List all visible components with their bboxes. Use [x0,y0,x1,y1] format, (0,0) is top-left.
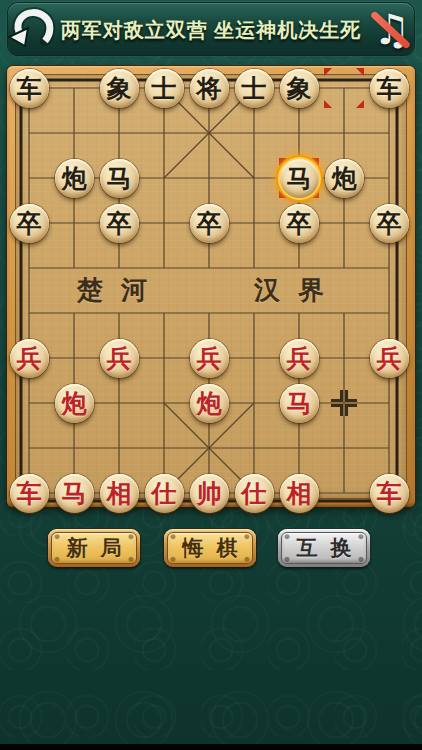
piece-black-士[interactable]: 士 [145,69,184,108]
back-arrow-icon [5,3,59,57]
piece-red-仕[interactable]: 仕 [145,474,184,513]
header-bar: 两军对敌立双营 坐运神机决生死 ♫ [0,0,422,62]
piece-red-车[interactable]: 车 [370,474,409,513]
piece-red-马[interactable]: 马 [280,384,319,423]
piece-black-象[interactable]: 象 [280,69,319,108]
app-screen: 两军对敌立双营 坐运神机决生死 ♫ 楚河 汉界 车象士将士象车炮马马炮 [0,0,422,750]
xiangqi-board[interactable]: 楚河 汉界 车象士将士象车炮马马炮卒卒卒卒卒兵兵兵兵兵炮炮马车马相仕帅仕相车 [7,66,415,507]
piece-red-相[interactable]: 相 [280,474,319,513]
piece-black-车[interactable]: 车 [370,69,409,108]
action-buttons: 新局 悔棋 互换 [0,529,422,571]
piece-red-炮[interactable]: 炮 [190,384,229,423]
new-game-button[interactable]: 新局 [48,529,140,567]
piece-black-卒[interactable]: 卒 [190,204,229,243]
piece-red-兵[interactable]: 兵 [280,339,319,378]
piece-black-象[interactable]: 象 [100,69,139,108]
swap-sides-label: 互换 [284,534,365,562]
bottom-bar [0,744,422,750]
piece-black-将[interactable]: 将 [190,69,229,108]
piece-black-卒[interactable]: 卒 [100,204,139,243]
last-move-from-marker [324,68,364,108]
piece-black-士[interactable]: 士 [235,69,274,108]
piece-black-炮[interactable]: 炮 [325,159,364,198]
piece-red-仕[interactable]: 仕 [235,474,274,513]
swap-sides-button-face: 互换 [281,532,367,564]
piece-black-卒[interactable]: 卒 [370,204,409,243]
piece-red-炮[interactable]: 炮 [55,384,94,423]
piece-red-兵[interactable]: 兵 [190,339,229,378]
piece-black-马[interactable]: 马 [100,159,139,198]
new-game-button-face: 新局 [51,532,137,564]
piece-red-帅[interactable]: 帅 [190,474,229,513]
piece-black-车[interactable]: 车 [10,69,49,108]
music-toggle-button[interactable]: ♫ [363,2,417,58]
new-game-label: 新局 [54,534,135,562]
piece-red-相[interactable]: 相 [100,474,139,513]
board-point-marker [329,388,359,418]
level-title: 两军对敌立双营 坐运神机决生死 [0,0,422,60]
piece-black-卒[interactable]: 卒 [10,204,49,243]
back-button[interactable] [5,3,59,57]
pieces-layer: 车象士将士象车炮马马炮卒卒卒卒卒兵兵兵兵兵炮炮马车马相仕帅仕相车 [7,66,415,507]
piece-red-兵[interactable]: 兵 [10,339,49,378]
piece-black-马[interactable]: 马 [280,159,319,198]
undo-button[interactable]: 悔棋 [164,529,256,567]
piece-black-炮[interactable]: 炮 [55,159,94,198]
piece-red-车[interactable]: 车 [10,474,49,513]
piece-red-兵[interactable]: 兵 [100,339,139,378]
undo-label: 悔棋 [170,534,251,562]
piece-black-卒[interactable]: 卒 [280,204,319,243]
swap-sides-button[interactable]: 互换 [278,529,370,567]
undo-button-face: 悔棋 [167,532,253,564]
piece-red-兵[interactable]: 兵 [370,339,409,378]
piece-red-马[interactable]: 马 [55,474,94,513]
